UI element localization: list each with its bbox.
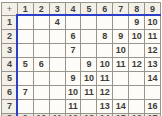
row-header-2: 2 — [2, 30, 17, 43]
partial-row-header: 8 — [2, 114, 17, 116]
cell-r7-c4[interactable]: 11 — [66, 100, 81, 113]
row-header-4: 4 — [2, 58, 17, 71]
partial-cell-c2: 10 — [34, 114, 49, 116]
cell-r6-c3[interactable] — [50, 86, 65, 99]
cell-r6-c5[interactable]: 11 — [81, 86, 96, 99]
cell-r4-c8[interactable]: 12 — [129, 58, 144, 71]
partial-cell-c3: 11 — [50, 114, 65, 116]
cell-r2-c4[interactable]: 6 — [66, 30, 81, 43]
cell-r4-c9[interactable]: 13 — [145, 58, 160, 71]
partial-cell-c8: 16 — [129, 114, 144, 116]
cell-r2-c9[interactable]: 11 — [145, 30, 160, 43]
cell-r4-c7[interactable]: 11 — [113, 58, 128, 71]
cell-r4-c1[interactable]: 5 — [18, 58, 33, 71]
cell-r6-c7[interactable] — [113, 86, 128, 99]
cell-r2-c5[interactable] — [81, 30, 96, 43]
row-header-5: 5 — [2, 72, 17, 85]
cell-r1-c1[interactable] — [18, 16, 33, 29]
row-header-7: 7 — [2, 100, 17, 113]
cell-r7-c2[interactable] — [34, 100, 49, 113]
axis-line-vertical — [16, 14, 18, 116]
cell-r2-c8[interactable]: 10 — [129, 30, 144, 43]
cell-r2-c2[interactable] — [34, 30, 49, 43]
cell-r3-c3[interactable] — [50, 44, 65, 57]
cell-r4-c4[interactable] — [66, 58, 81, 71]
cell-r1-c9[interactable]: 10 — [145, 16, 160, 29]
cell-r5-c3[interactable] — [50, 72, 65, 85]
axis-line-horizontal — [17, 14, 161, 16]
addition-table: +123456789149102689101137101245691011121… — [1, 2, 161, 116]
row-header-6: 6 — [2, 86, 17, 99]
cell-r2-c3[interactable] — [50, 30, 65, 43]
partial-cell-c6: 14 — [97, 114, 112, 116]
cell-r4-c6[interactable]: 10 — [97, 58, 112, 71]
cell-r5-c9[interactable]: 14 — [145, 72, 160, 85]
cell-r1-c5[interactable] — [81, 16, 96, 29]
cell-r1-c8[interactable]: 9 — [129, 16, 144, 29]
partial-cell-c1: 9 — [18, 114, 33, 116]
cell-r3-c5[interactable] — [81, 44, 96, 57]
cell-r3-c6[interactable] — [97, 44, 112, 57]
cell-r5-c7[interactable] — [113, 72, 128, 85]
cell-r5-c2[interactable] — [34, 72, 49, 85]
cell-r5-c5[interactable]: 10 — [81, 72, 96, 85]
cell-r6-c4[interactable]: 10 — [66, 86, 81, 99]
cell-r1-c2[interactable] — [34, 16, 49, 29]
cell-r7-c6[interactable]: 13 — [97, 100, 112, 113]
cell-r1-c3[interactable]: 4 — [50, 16, 65, 29]
cell-r6-c2[interactable] — [34, 86, 49, 99]
cell-r7-c7[interactable]: 14 — [113, 100, 128, 113]
row-header-3: 3 — [2, 44, 17, 57]
cell-r6-c9[interactable] — [145, 86, 160, 99]
partial-cell-c9: 17 — [145, 114, 160, 116]
cell-r7-c3[interactable] — [50, 100, 65, 113]
cell-r3-c1[interactable] — [18, 44, 33, 57]
cell-r3-c8[interactable] — [129, 44, 144, 57]
cell-r5-c6[interactable]: 11 — [97, 72, 112, 85]
cell-r5-c8[interactable] — [129, 72, 144, 85]
cell-r2-c6[interactable]: 8 — [97, 30, 112, 43]
cell-r4-c5[interactable]: 9 — [81, 58, 96, 71]
cell-r3-c9[interactable]: 12 — [145, 44, 160, 57]
cell-r7-c8[interactable] — [129, 100, 144, 113]
cell-r7-c1[interactable] — [18, 100, 33, 113]
addition-table-worksheet: +123456789149102689101137101245691011121… — [0, 0, 162, 116]
operator-cell: + — [2, 3, 17, 15]
cell-r3-c2[interactable] — [34, 44, 49, 57]
cell-r7-c9[interactable]: 16 — [145, 100, 160, 113]
cell-r4-c3[interactable] — [50, 58, 65, 71]
cell-r2-c1[interactable] — [18, 30, 33, 43]
cell-r7-c5[interactable] — [81, 100, 96, 113]
row-header-1: 1 — [2, 16, 17, 29]
cell-r3-c7[interactable]: 10 — [113, 44, 128, 57]
cell-r5-c1[interactable] — [18, 72, 33, 85]
cell-r3-c4[interactable]: 7 — [66, 44, 81, 57]
cell-r2-c7[interactable]: 9 — [113, 30, 128, 43]
cell-r1-c7[interactable] — [113, 16, 128, 29]
partial-cell-c4: 12 — [66, 114, 81, 116]
cell-r6-c1[interactable]: 7 — [18, 86, 33, 99]
cell-r4-c2[interactable]: 6 — [34, 58, 49, 71]
cell-r1-c6[interactable] — [97, 16, 112, 29]
cell-r1-c4[interactable] — [66, 16, 81, 29]
partial-cell-c7: 15 — [113, 114, 128, 116]
cell-r6-c6[interactable]: 12 — [97, 86, 112, 99]
cell-r6-c8[interactable] — [129, 86, 144, 99]
partial-cell-c5: 13 — [81, 114, 96, 116]
cell-r5-c4[interactable]: 9 — [66, 72, 81, 85]
